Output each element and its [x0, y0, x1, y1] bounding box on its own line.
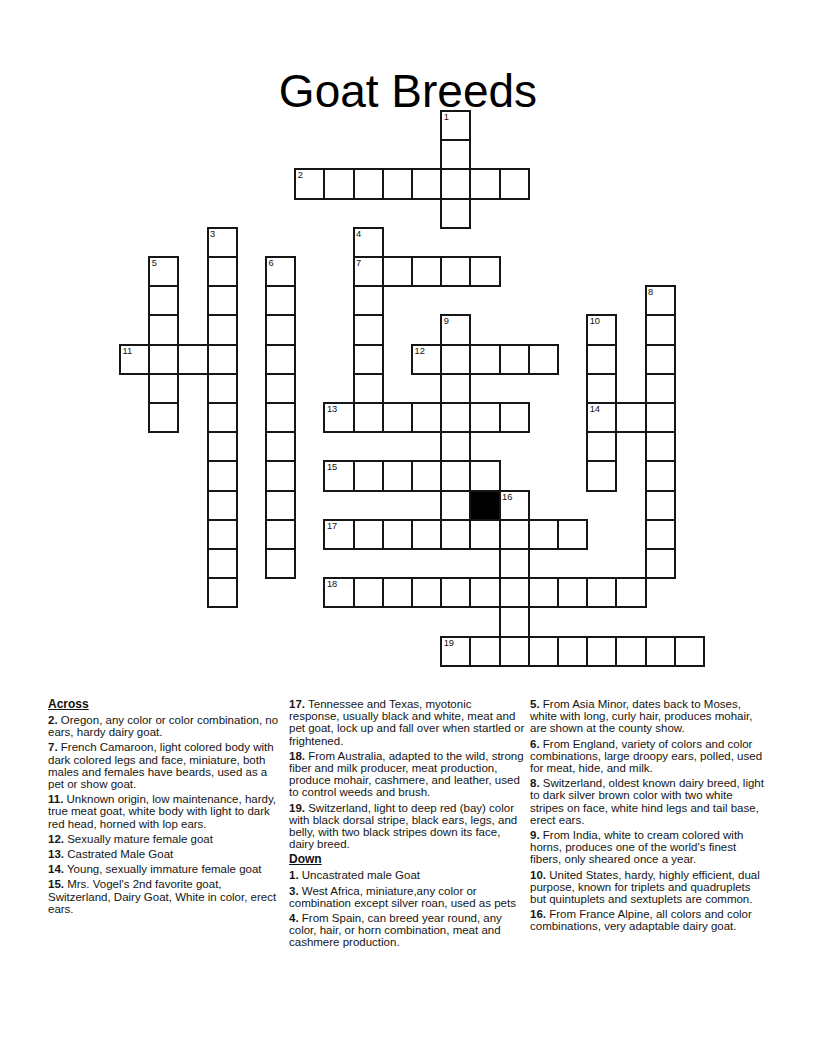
grid-cell-r9c16[interactable]: [586, 373, 617, 404]
clue-number-17: 17: [327, 521, 337, 531]
grid-cell-r14c11[interactable]: [440, 519, 471, 550]
grid-cell-r12c12[interactable]: [469, 460, 500, 491]
clue-number-label: 13.: [48, 848, 64, 860]
clue-number-12: 12: [415, 346, 425, 356]
grid-cell-r10c10[interactable]: [411, 402, 442, 433]
grid-cell-r4c3[interactable]: 3: [207, 227, 238, 258]
grid-cell-r14c14[interactable]: [528, 519, 559, 550]
grid-cell-r10c16[interactable]: 14: [586, 402, 617, 433]
grid-cell-r10c1[interactable]: [148, 402, 179, 433]
clue-across-13: 13. Castrated Male Goat: [48, 848, 284, 860]
grid-cell-r8c13[interactable]: [499, 344, 530, 375]
grid-cell-r0c11[interactable]: 1: [440, 110, 471, 141]
clue-down-9: 9. From India, white to cream colored wi…: [530, 829, 766, 866]
clue-number-label: 19.: [289, 802, 305, 814]
clue-number-label: 11.: [48, 793, 63, 805]
grid-cell-r13c11[interactable]: [440, 490, 471, 521]
clue-number-label: 17.: [289, 698, 305, 710]
clue-across-2: 2. Oregon, any color or color combinatio…: [48, 714, 284, 738]
clue-column-1: Across2. Oregon, any color or color comb…: [48, 698, 284, 918]
grid-cell-r14c12[interactable]: [469, 519, 500, 550]
grid-cell-r6c3[interactable]: [207, 285, 238, 316]
grid-cell-r10c13[interactable]: [499, 402, 530, 433]
clue-number-6: 6: [269, 258, 274, 268]
clue-down-6: 6. From England, variety of colors and c…: [530, 738, 766, 775]
grid-cell-r12c5[interactable]: [265, 460, 296, 491]
clue-across-7: 7. French Camaroon, light colored body w…: [48, 741, 284, 790]
grid-cell-r11c3[interactable]: [207, 431, 238, 462]
grid-cell-r16c9[interactable]: [382, 577, 413, 608]
grid-cell-r9c1[interactable]: [148, 373, 179, 404]
clue-number-label: 9.: [530, 829, 540, 841]
grid-cell-r10c5[interactable]: [265, 402, 296, 433]
clue-number-1: 1: [444, 112, 449, 122]
clue-number-18: 18: [327, 579, 337, 589]
grid-cell-r15c5[interactable]: [265, 548, 296, 579]
clue-number-label: 7.: [48, 741, 58, 753]
clue-number-14: 14: [590, 404, 600, 414]
down-header: Down: [289, 853, 525, 866]
grid-cell-r7c8[interactable]: [353, 314, 384, 345]
grid-cell-r8c11[interactable]: [440, 344, 471, 375]
grid-cell-r16c11[interactable]: [440, 577, 471, 608]
grid-cell-r14c5[interactable]: [265, 519, 296, 550]
clue-column-3: 5. From Asia Minor, dates back to Moses,…: [530, 698, 766, 936]
clue-down-3: 3. West Africa, miniature,any color or c…: [289, 885, 525, 909]
grid-cell-r5c10[interactable]: [411, 256, 442, 287]
grid-cell-r12c9[interactable]: [382, 460, 413, 491]
crossword-grid: 12345678910111213141516171819: [119, 110, 707, 669]
grid-cell-r5c8[interactable]: 7: [353, 256, 384, 287]
worksheet-page: Goat Breeds 1234567891011121314151617181…: [0, 0, 816, 1056]
grid-cell-r12c10[interactable]: [411, 460, 442, 491]
clue-number-13: 13: [327, 404, 337, 414]
grid-cell-r10c9[interactable]: [382, 402, 413, 433]
grid-cell-r7c3[interactable]: [207, 314, 238, 345]
clue-across-18: 18. From Australia, adapted to the wild,…: [289, 750, 525, 799]
grid-cell-r6c1[interactable]: [148, 285, 179, 316]
grid-cell-r2c13[interactable]: [499, 168, 530, 199]
grid-cell-r13c3[interactable]: [207, 490, 238, 521]
clue-down-10: 10. United States, hardy, highly efficie…: [530, 869, 766, 906]
grid-cell-r13c18[interactable]: [645, 490, 676, 521]
grid-cell-r10c3[interactable]: [207, 402, 238, 433]
clue-down-8: 8. Switzerland, oldest known dairy breed…: [530, 777, 766, 826]
grid-cell-r8c12[interactable]: [469, 344, 500, 375]
clue-number-9: 9: [444, 316, 449, 326]
grid-cell-r18c17[interactable]: [615, 636, 646, 667]
grid-cell-r18c11[interactable]: 19: [440, 636, 471, 667]
grid-cell-r5c9[interactable]: [382, 256, 413, 287]
clue-number-19: 19: [444, 638, 454, 648]
clue-across-12: 12. Sexually mature female goat: [48, 833, 284, 845]
grid-cell-r3c11[interactable]: [440, 198, 471, 229]
grid-cell-r12c11[interactable]: [440, 460, 471, 491]
grid-cell-r2c9[interactable]: [382, 168, 413, 199]
grid-cell-r14c8[interactable]: [353, 519, 384, 550]
grid-cell-r10c12[interactable]: [469, 402, 500, 433]
grid-cell-r14c18[interactable]: [645, 519, 676, 550]
grid-cell-r14c13[interactable]: [499, 519, 530, 550]
grid-cell-r2c8[interactable]: [353, 168, 384, 199]
grid-cell-r11c11[interactable]: [440, 431, 471, 462]
grid-cell-r4c8[interactable]: 4: [353, 227, 384, 258]
clue-number-10: 10: [590, 316, 600, 326]
clue-across-14: 14. Young, sexually immature female goat: [48, 863, 284, 875]
grid-cell-r8c5[interactable]: [265, 344, 296, 375]
grid-cell-r15c13[interactable]: [499, 548, 530, 579]
grid-cell-r18c16[interactable]: [586, 636, 617, 667]
clue-number-label: 5.: [530, 698, 540, 710]
grid-cell-r6c5[interactable]: [265, 285, 296, 316]
blocked-cell: [469, 490, 500, 521]
clue-number-label: 8.: [530, 777, 540, 789]
grid-cell-r9c11[interactable]: [440, 373, 471, 404]
grid-cell-r5c3[interactable]: [207, 256, 238, 287]
grid-cell-r14c15[interactable]: [557, 519, 588, 550]
clue-number-3: 3: [210, 229, 215, 239]
grid-cell-r11c18[interactable]: [645, 431, 676, 462]
clue-number-16: 16: [502, 492, 512, 502]
clue-number-label: 18.: [289, 750, 305, 762]
grid-cell-r18c13[interactable]: [499, 636, 530, 667]
grid-cell-r16c10[interactable]: [411, 577, 442, 608]
grid-cell-r10c7[interactable]: 13: [323, 402, 354, 433]
grid-cell-r7c5[interactable]: [265, 314, 296, 345]
grid-cell-r18c19[interactable]: [674, 636, 705, 667]
grid-cell-r9c18[interactable]: [645, 373, 676, 404]
grid-cell-r12c3[interactable]: [207, 460, 238, 491]
grid-cell-r16c14[interactable]: [528, 577, 559, 608]
clue-across-11: 11. Unknown origin, low maintenance, har…: [48, 793, 284, 830]
grid-cell-r14c3[interactable]: [207, 519, 238, 550]
clue-number-4: 4: [356, 229, 361, 239]
grid-cell-r13c13[interactable]: 16: [499, 490, 530, 521]
clue-down-4: 4. From Spain, can breed year round, any…: [289, 912, 525, 949]
grid-cell-r16c16[interactable]: [586, 577, 617, 608]
grid-cell-r8c16[interactable]: [586, 344, 617, 375]
grid-cell-r8c0[interactable]: 11: [119, 344, 150, 375]
grid-cell-r8c18[interactable]: [645, 344, 676, 375]
grid-cell-r16c3[interactable]: [207, 577, 238, 608]
grid-cell-r16c8[interactable]: [353, 577, 384, 608]
grid-cell-r8c10[interactable]: 12: [411, 344, 442, 375]
clue-number-label: 2.: [48, 714, 58, 726]
clue-number-7: 7: [356, 258, 361, 268]
grid-cell-r2c12[interactable]: [469, 168, 500, 199]
clue-number-8: 8: [648, 287, 653, 297]
grid-cell-r7c11[interactable]: 9: [440, 314, 471, 345]
clue-column-2: 17. Tennessee and Texas, myotonic respon…: [289, 698, 525, 952]
grid-cell-r8c1[interactable]: [148, 344, 179, 375]
grid-cell-r5c11[interactable]: [440, 256, 471, 287]
clue-number-label: 4.: [289, 912, 299, 924]
grid-cell-r14c10[interactable]: [411, 519, 442, 550]
clue-number-label: 12.: [48, 833, 64, 845]
grid-cell-r12c16[interactable]: [586, 460, 617, 491]
grid-cell-r2c6[interactable]: 2: [294, 168, 325, 199]
grid-cell-r15c18[interactable]: [645, 548, 676, 579]
grid-cell-r18c14[interactable]: [528, 636, 559, 667]
grid-cell-r9c8[interactable]: [353, 373, 384, 404]
grid-cell-r6c18[interactable]: 8: [645, 285, 676, 316]
grid-cell-r7c18[interactable]: [645, 314, 676, 345]
clue-down-16: 16. From France Alpine, all colors and c…: [530, 908, 766, 932]
grid-cell-r7c16[interactable]: 10: [586, 314, 617, 345]
grid-cell-r8c3[interactable]: [207, 344, 238, 375]
clue-across-19: 19. Switzerland, light to deep red (bay)…: [289, 802, 525, 851]
grid-cell-r13c5[interactable]: [265, 490, 296, 521]
clue-down-5: 5. From Asia Minor, dates back to Moses,…: [530, 698, 766, 735]
grid-cell-r16c15[interactable]: [557, 577, 588, 608]
clue-number-15: 15: [327, 462, 337, 472]
clue-down-1: 1. Uncastrated male Goat: [289, 869, 525, 881]
grid-cell-r2c11[interactable]: [440, 168, 471, 199]
grid-cell-r8c14[interactable]: [528, 344, 559, 375]
clue-number-11: 11: [123, 346, 133, 356]
grid-cell-r10c17[interactable]: [615, 402, 646, 433]
grid-cell-r9c3[interactable]: [207, 373, 238, 404]
grid-cell-r14c9[interactable]: [382, 519, 413, 550]
grid-cell-r1c11[interactable]: [440, 139, 471, 170]
clue-number-label: 16.: [530, 908, 546, 920]
grid-cell-r2c7[interactable]: [323, 168, 354, 199]
clue-number-label: 14.: [48, 863, 64, 875]
grid-cell-r16c7[interactable]: 18: [323, 577, 354, 608]
grid-cell-r8c2[interactable]: [177, 344, 208, 375]
grid-cell-r11c16[interactable]: [586, 431, 617, 462]
grid-cell-r5c5[interactable]: 6: [265, 256, 296, 287]
clue-number-2: 2: [298, 170, 303, 180]
clue-number-5: 5: [152, 258, 157, 268]
grid-cell-r7c1[interactable]: [148, 314, 179, 345]
grid-cell-r15c3[interactable]: [207, 548, 238, 579]
grid-cell-r5c12[interactable]: [469, 256, 500, 287]
grid-cell-r10c18[interactable]: [645, 402, 676, 433]
across-header: Across: [48, 698, 284, 711]
clue-number-label: 6.: [530, 738, 540, 750]
grid-cell-r10c11[interactable]: [440, 402, 471, 433]
grid-cell-r16c12[interactable]: [469, 577, 500, 608]
clue-number-label: 3.: [289, 885, 299, 897]
grid-cell-r17c13[interactable]: [499, 606, 530, 637]
grid-cell-r12c7[interactable]: 15: [323, 460, 354, 491]
grid-cell-r14c7[interactable]: 17: [323, 519, 354, 550]
grid-cell-r16c13[interactable]: [499, 577, 530, 608]
grid-cell-r18c18[interactable]: [645, 636, 676, 667]
clue-number-label: 10.: [530, 869, 546, 881]
grid-cell-r18c12[interactable]: [469, 636, 500, 667]
grid-cell-r16c17[interactable]: [615, 577, 646, 608]
grid-cell-r11c5[interactable]: [265, 431, 296, 462]
grid-cell-r12c8[interactable]: [353, 460, 384, 491]
grid-cell-r2c10[interactable]: [411, 168, 442, 199]
clue-across-15: 15. Mrs. Vogel's 2nd favorite goat, Swit…: [48, 878, 284, 915]
grid-cell-r5c1[interactable]: 5: [148, 256, 179, 287]
grid-cell-r10c8[interactable]: [353, 402, 384, 433]
grid-cell-r12c18[interactable]: [645, 460, 676, 491]
grid-cell-r6c8[interactable]: [353, 285, 384, 316]
grid-cell-r9c5[interactable]: [265, 373, 296, 404]
grid-cell-r18c15[interactable]: [557, 636, 588, 667]
clue-across-17: 17. Tennessee and Texas, myotonic respon…: [289, 698, 525, 747]
clue-number-label: 1.: [289, 869, 299, 881]
clue-number-label: 15.: [48, 878, 64, 890]
grid-cell-r8c8[interactable]: [353, 344, 384, 375]
